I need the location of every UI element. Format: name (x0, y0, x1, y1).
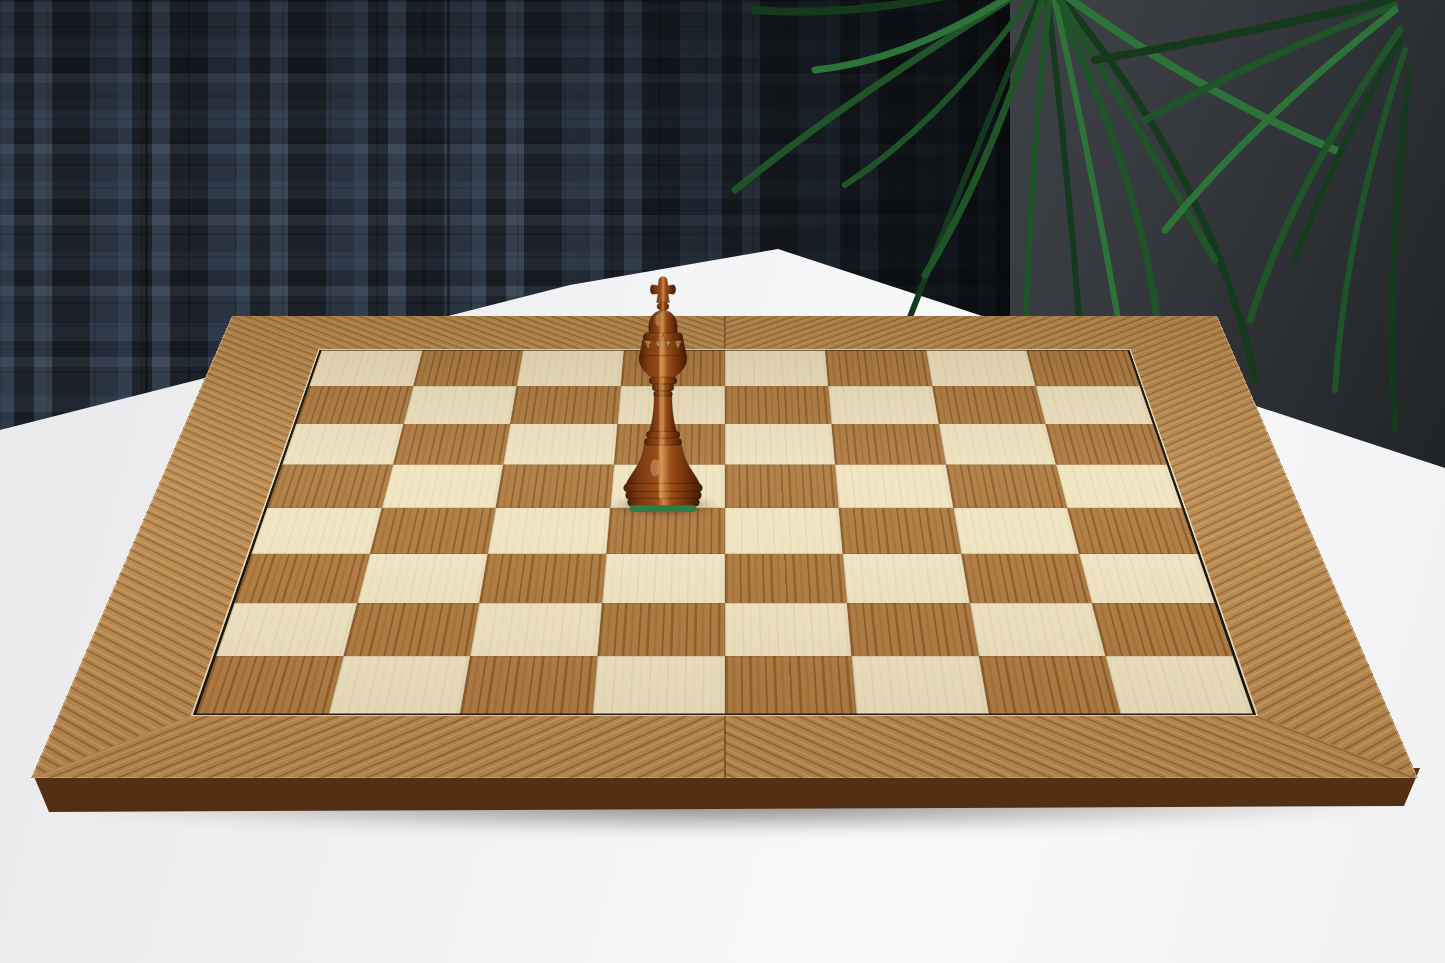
square-e7[interactable] (725, 386, 832, 424)
square-c2[interactable] (470, 603, 602, 656)
square-f4[interactable] (839, 508, 961, 554)
square-g8[interactable] (926, 350, 1036, 386)
square-c5[interactable] (496, 464, 614, 507)
square-f5[interactable] (835, 464, 953, 507)
square-g6[interactable] (939, 424, 1057, 464)
square-b8[interactable] (413, 350, 523, 386)
square-e4[interactable] (725, 508, 843, 554)
square-g3[interactable] (961, 554, 1092, 603)
square-a5[interactable] (267, 464, 392, 507)
square-h2[interactable] (1092, 603, 1233, 656)
square-h1[interactable] (1106, 656, 1253, 713)
frame-near (31, 714, 1418, 778)
square-g7[interactable] (932, 386, 1046, 424)
square-b7[interactable] (403, 386, 517, 424)
frame-far (217, 316, 1232, 351)
square-a4[interactable] (251, 508, 381, 554)
square-g1[interactable] (979, 656, 1121, 713)
square-f8[interactable] (825, 350, 932, 386)
square-f6[interactable] (832, 424, 946, 464)
square-c1[interactable] (460, 656, 597, 713)
square-e5[interactable] (725, 464, 839, 507)
square-e2[interactable] (725, 603, 852, 656)
square-b5[interactable] (382, 464, 504, 507)
square-e6[interactable] (725, 424, 836, 464)
piece-white-king[interactable]: ♔ (613, 273, 713, 513)
square-e1[interactable] (725, 656, 857, 713)
chess-board (31, 316, 1418, 778)
square-h4[interactable] (1067, 508, 1197, 554)
square-c4[interactable] (488, 508, 610, 554)
square-c8[interactable] (517, 350, 624, 386)
square-h5[interactable] (1056, 464, 1181, 507)
palm-leaf (1392, 70, 1410, 430)
palm-leaf (1250, 30, 1400, 320)
square-a6[interactable] (282, 424, 403, 464)
square-g2[interactable] (970, 603, 1106, 656)
square-c6[interactable] (503, 424, 617, 464)
square-f1[interactable] (852, 656, 989, 713)
square-f3[interactable] (843, 554, 970, 603)
board-grid (196, 350, 1253, 713)
square-h3[interactable] (1079, 554, 1214, 603)
palm-leaf (1295, 40, 1401, 260)
square-e3[interactable] (725, 554, 848, 603)
scene: ♔ (0, 0, 1445, 963)
square-c3[interactable] (479, 554, 606, 603)
square-f7[interactable] (828, 386, 938, 424)
square-b2[interactable] (343, 603, 479, 656)
square-b4[interactable] (370, 508, 496, 554)
square-b1[interactable] (328, 656, 470, 713)
square-a8[interactable] (309, 350, 422, 386)
square-e8[interactable] (725, 350, 829, 386)
square-a3[interactable] (234, 554, 369, 603)
palm-leaf (1145, 5, 1395, 120)
square-h6[interactable] (1046, 424, 1167, 464)
square-d3[interactable] (602, 554, 725, 603)
square-h7[interactable] (1036, 386, 1153, 424)
square-b3[interactable] (357, 554, 488, 603)
square-a2[interactable] (216, 603, 357, 656)
square-d2[interactable] (597, 603, 724, 656)
square-a7[interactable] (296, 386, 413, 424)
square-g5[interactable] (946, 464, 1068, 507)
maple-rim-line (191, 349, 1259, 715)
square-d1[interactable] (592, 656, 724, 713)
square-g4[interactable] (953, 508, 1079, 554)
square-f2[interactable] (847, 603, 979, 656)
black-inlay-line (193, 350, 1256, 715)
square-b6[interactable] (393, 424, 511, 464)
square-c7[interactable] (510, 386, 620, 424)
palm-leaf (735, 0, 1037, 190)
square-h8[interactable] (1027, 350, 1140, 386)
square-a1[interactable] (196, 656, 343, 713)
